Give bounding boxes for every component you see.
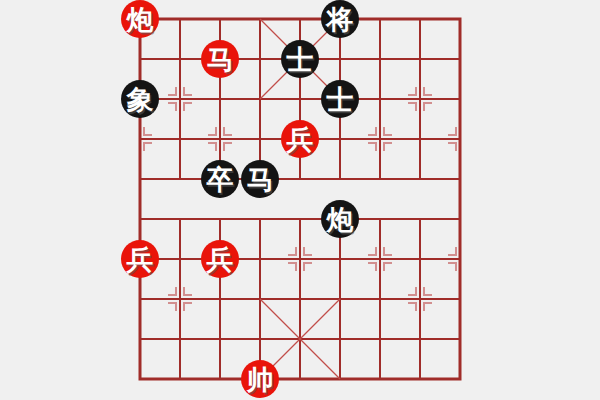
piece-black-general[interactable]: 将 (321, 0, 359, 38)
piece-black-advisor[interactable]: 士 (281, 40, 319, 78)
piece-black-soldier[interactable]: 卒 (201, 160, 239, 198)
piece-red-soldier-left[interactable]: 兵 (121, 240, 159, 278)
piece-red-horse[interactable]: 马 (201, 40, 239, 78)
piece-black-cannon[interactable]: 炮 (321, 200, 359, 238)
piece-black-horse[interactable]: 马 (241, 160, 279, 198)
piece-red-soldier-mid[interactable]: 兵 (201, 240, 239, 278)
piece-red-general[interactable]: 帅 (241, 360, 279, 398)
piece-red-soldier-center[interactable]: 兵 (281, 120, 319, 158)
piece-black-elephant[interactable]: 象 (121, 80, 159, 118)
xiangqi-app-canvas: 炮将马士象士兵卒马炮兵兵帅 (0, 0, 600, 400)
piece-red-cannon[interactable]: 炮 (121, 0, 159, 38)
piece-black-advisor-2[interactable]: 士 (321, 80, 359, 118)
xiangqi-board[interactable]: 炮将马士象士兵卒马炮兵兵帅 (140, 19, 460, 379)
